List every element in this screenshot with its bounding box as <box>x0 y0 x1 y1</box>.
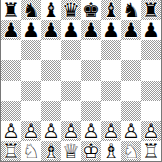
black-pawn-piece[interactable]: ♟ <box>101 20 121 40</box>
black-rook-piece[interactable]: ♜ <box>141 0 161 20</box>
square-b4[interactable] <box>21 81 41 101</box>
black-pawn-icon: ♟ <box>121 20 141 40</box>
square-a2[interactable]: ♟♙ <box>1 121 21 141</box>
black-pawn-icon: ♟ <box>41 20 61 40</box>
square-c5[interactable] <box>41 60 61 80</box>
white-pawn-outline-icon: ♙ <box>41 121 61 141</box>
square-a7[interactable]: ♟ <box>1 20 21 40</box>
square-d6[interactable] <box>61 40 81 60</box>
black-pawn-piece[interactable]: ♟ <box>1 20 21 40</box>
square-d7[interactable]: ♟ <box>61 20 81 40</box>
white-pawn-piece[interactable]: ♟♙ <box>141 121 161 141</box>
square-g4[interactable] <box>121 81 141 101</box>
square-d8[interactable]: ♛ <box>61 0 81 20</box>
black-pawn-piece[interactable]: ♟ <box>61 20 81 40</box>
square-g2[interactable]: ♟♙ <box>121 121 141 141</box>
square-e7[interactable]: ♟ <box>81 20 101 40</box>
white-knight-outline-icon: ♘ <box>121 141 141 161</box>
chess-board: ♜♞♝♛♚♝♞♜♟♟♟♟♟♟♟♟♟♙♟♙♟♙♟♙♟♙♟♙♟♙♟♙♜♖♞♘♝♗♛♕… <box>0 0 162 162</box>
square-e6[interactable] <box>81 40 101 60</box>
black-bishop-piece[interactable]: ♝ <box>41 0 61 20</box>
square-b3[interactable] <box>21 101 41 121</box>
square-d4[interactable] <box>61 81 81 101</box>
square-h1[interactable]: ♜♖ <box>141 141 161 161</box>
white-rook-outline-icon: ♖ <box>141 141 161 161</box>
black-pawn-piece[interactable]: ♟ <box>141 20 161 40</box>
black-pawn-icon: ♟ <box>21 20 41 40</box>
chessboard-diagram: ♜♞♝♛♚♝♞♜♟♟♟♟♟♟♟♟♟♙♟♙♟♙♟♙♟♙♟♙♟♙♟♙♜♖♞♘♝♗♛♕… <box>0 0 162 162</box>
square-e8[interactable]: ♚ <box>81 0 101 20</box>
black-pawn-icon: ♟ <box>1 20 21 40</box>
square-f1[interactable]: ♝♗ <box>101 141 121 161</box>
square-a3[interactable] <box>1 101 21 121</box>
white-queen-piece[interactable]: ♛♕ <box>61 141 81 161</box>
black-pawn-piece[interactable]: ♟ <box>41 20 61 40</box>
black-king-piece[interactable]: ♚ <box>81 0 101 20</box>
square-h8[interactable]: ♜ <box>141 0 161 20</box>
square-h5[interactable] <box>141 60 161 80</box>
square-e3[interactable] <box>81 101 101 121</box>
white-pawn-piece[interactable]: ♟♙ <box>121 121 141 141</box>
black-rook-icon: ♜ <box>141 0 161 20</box>
white-bishop-piece[interactable]: ♝♗ <box>101 141 121 161</box>
square-c3[interactable] <box>41 101 61 121</box>
square-d1[interactable]: ♛♕ <box>61 141 81 161</box>
square-g1[interactable]: ♞♘ <box>121 141 141 161</box>
square-a8[interactable]: ♜ <box>1 0 21 20</box>
black-pawn-icon: ♟ <box>141 20 161 40</box>
white-rook-piece[interactable]: ♜♖ <box>141 141 161 161</box>
black-queen-piece[interactable]: ♛ <box>61 0 81 20</box>
black-bishop-piece[interactable]: ♝ <box>101 0 121 20</box>
black-bishop-icon: ♝ <box>101 0 121 20</box>
black-king-icon: ♚ <box>81 0 101 20</box>
white-pawn-outline-icon: ♙ <box>121 121 141 141</box>
square-a1[interactable]: ♜♖ <box>1 141 21 161</box>
square-b2[interactable]: ♟♙ <box>21 121 41 141</box>
square-h3[interactable] <box>141 101 161 121</box>
square-f3[interactable] <box>101 101 121 121</box>
square-c8[interactable]: ♝ <box>41 0 61 20</box>
white-pawn-piece[interactable]: ♟♙ <box>61 121 81 141</box>
black-pawn-piece[interactable]: ♟ <box>81 20 101 40</box>
white-pawn-outline-icon: ♙ <box>141 121 161 141</box>
square-g5[interactable] <box>121 60 141 80</box>
square-b1[interactable]: ♞♘ <box>21 141 41 161</box>
white-queen-outline-icon: ♕ <box>61 141 81 161</box>
square-f5[interactable] <box>101 60 121 80</box>
black-pawn-icon: ♟ <box>61 20 81 40</box>
black-pawn-piece[interactable]: ♟ <box>21 20 41 40</box>
square-b6[interactable] <box>21 40 41 60</box>
square-b8[interactable]: ♞ <box>21 0 41 20</box>
square-g3[interactable] <box>121 101 141 121</box>
black-knight-icon: ♞ <box>21 0 41 20</box>
black-knight-piece[interactable]: ♞ <box>21 0 41 20</box>
white-pawn-piece[interactable]: ♟♙ <box>21 121 41 141</box>
square-c6[interactable] <box>41 40 61 60</box>
square-e4[interactable] <box>81 81 101 101</box>
square-g8[interactable]: ♞ <box>121 0 141 20</box>
white-king-outline-icon: ♔ <box>81 141 101 161</box>
square-e5[interactable] <box>81 60 101 80</box>
white-rook-piece[interactable]: ♜♖ <box>1 141 21 161</box>
square-h2[interactable]: ♟♙ <box>141 121 161 141</box>
black-knight-icon: ♞ <box>121 0 141 20</box>
white-pawn-piece[interactable]: ♟♙ <box>101 121 121 141</box>
square-a5[interactable] <box>1 60 21 80</box>
white-knight-outline-icon: ♘ <box>21 141 41 161</box>
white-pawn-piece[interactable]: ♟♙ <box>81 121 101 141</box>
square-h7[interactable]: ♟ <box>141 20 161 40</box>
square-b5[interactable] <box>21 60 41 80</box>
white-pawn-outline-icon: ♙ <box>61 121 81 141</box>
square-d3[interactable] <box>61 101 81 121</box>
square-c1[interactable]: ♝♗ <box>41 141 61 161</box>
black-queen-icon: ♛ <box>61 0 81 20</box>
square-a4[interactable] <box>1 81 21 101</box>
square-d2[interactable]: ♟♙ <box>61 121 81 141</box>
square-g6[interactable] <box>121 40 141 60</box>
white-bishop-piece[interactable]: ♝♗ <box>41 141 61 161</box>
square-g7[interactable]: ♟ <box>121 20 141 40</box>
square-c2[interactable]: ♟♙ <box>41 121 61 141</box>
square-f6[interactable] <box>101 40 121 60</box>
white-bishop-outline-icon: ♗ <box>101 141 121 161</box>
white-knight-piece[interactable]: ♞♘ <box>21 141 41 161</box>
square-f2[interactable]: ♟♙ <box>101 121 121 141</box>
white-bishop-outline-icon: ♗ <box>41 141 61 161</box>
black-pawn-icon: ♟ <box>81 20 101 40</box>
square-c7[interactable]: ♟ <box>41 20 61 40</box>
square-d5[interactable] <box>61 60 81 80</box>
square-a6[interactable] <box>1 40 21 60</box>
white-pawn-outline-icon: ♙ <box>1 121 21 141</box>
square-f4[interactable] <box>101 81 121 101</box>
white-king-piece[interactable]: ♚♔ <box>81 141 101 161</box>
white-pawn-outline-icon: ♙ <box>21 121 41 141</box>
black-rook-icon: ♜ <box>1 0 21 20</box>
white-rook-outline-icon: ♖ <box>1 141 21 161</box>
square-f7[interactable]: ♟ <box>101 20 121 40</box>
square-b7[interactable]: ♟ <box>21 20 41 40</box>
square-e1[interactable]: ♚♔ <box>81 141 101 161</box>
square-h4[interactable] <box>141 81 161 101</box>
white-pawn-outline-icon: ♙ <box>81 121 101 141</box>
black-rook-piece[interactable]: ♜ <box>1 0 21 20</box>
black-pawn-icon: ♟ <box>101 20 121 40</box>
black-pawn-piece[interactable]: ♟ <box>121 20 141 40</box>
square-e2[interactable]: ♟♙ <box>81 121 101 141</box>
white-pawn-piece[interactable]: ♟♙ <box>1 121 21 141</box>
square-h6[interactable] <box>141 40 161 60</box>
black-bishop-icon: ♝ <box>41 0 61 20</box>
black-knight-piece[interactable]: ♞ <box>121 0 141 20</box>
square-c4[interactable] <box>41 81 61 101</box>
white-knight-piece[interactable]: ♞♘ <box>121 141 141 161</box>
white-pawn-outline-icon: ♙ <box>101 121 121 141</box>
square-f8[interactable]: ♝ <box>101 0 121 20</box>
white-pawn-piece[interactable]: ♟♙ <box>41 121 61 141</box>
